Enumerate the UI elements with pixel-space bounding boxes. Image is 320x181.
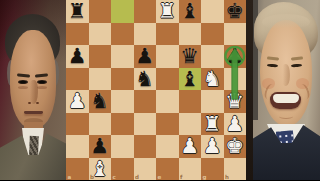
square-h4[interactable]: ♛ <box>224 90 247 113</box>
white-pawn-a4[interactable]: ♟ <box>66 90 89 113</box>
kasparov-eye <box>18 80 28 84</box>
square-h1[interactable]: h <box>224 158 247 181</box>
white-rook-g3[interactable]: ♜ <box>201 113 224 136</box>
square-g4[interactable] <box>201 90 224 113</box>
kasparov-nostril <box>36 102 39 104</box>
square-h2[interactable]: ♚ <box>224 135 247 158</box>
file-coordinate-a: a <box>68 174 72 180</box>
square-c8[interactable] <box>111 0 134 23</box>
square-b7[interactable] <box>89 23 112 46</box>
square-f6[interactable]: ♛ <box>179 45 202 68</box>
square-c5[interactable] <box>111 68 134 91</box>
square-h7[interactable] <box>224 23 247 46</box>
square-f3[interactable] <box>179 113 202 136</box>
karpov-hair-fringe <box>262 14 310 30</box>
white-pawn-h3[interactable]: ♟ <box>224 113 247 136</box>
square-h6[interactable]: ♟ <box>224 45 247 68</box>
file-coordinate-h: h <box>225 174 229 180</box>
file-coordinate-g: g <box>203 174 207 180</box>
square-f2[interactable]: ♟ <box>179 135 202 158</box>
kasparov-portrait <box>0 0 66 180</box>
kasparov-mouth <box>24 111 43 114</box>
black-pawn-d6[interactable]: ♟ <box>134 45 157 68</box>
square-e7[interactable] <box>156 23 179 46</box>
square-d7[interactable] <box>134 23 157 46</box>
square-e8[interactable]: ♜ <box>156 0 179 23</box>
kasparov-nose <box>29 80 38 104</box>
square-b1[interactable]: b♝ <box>89 158 112 181</box>
square-b5[interactable] <box>89 68 112 91</box>
black-knight-b4[interactable]: ♞ <box>89 90 112 113</box>
square-g2[interactable]: ♟ <box>201 135 224 158</box>
black-queen-f6[interactable]: ♛ <box>179 45 202 68</box>
square-d8[interactable] <box>134 0 157 23</box>
black-king-h8[interactable]: ♚ <box>224 0 247 23</box>
black-bishop-f5[interactable]: ♝ <box>179 68 202 91</box>
square-g3[interactable]: ♜ <box>201 113 224 136</box>
file-coordinate-e: e <box>158 174 162 180</box>
white-pawn-g2[interactable]: ♟ <box>201 135 224 158</box>
chess-board: ♜♜♝♚♟♟♛♟♞♝♞♟♞♛♜♟♟♟♟♚ab♝cdefgh <box>66 0 246 180</box>
square-c6[interactable] <box>111 45 134 68</box>
black-bishop-f8[interactable]: ♝ <box>179 0 202 23</box>
kasparov-nostril <box>28 102 31 104</box>
square-g8[interactable] <box>201 0 224 23</box>
square-e5[interactable] <box>156 68 179 91</box>
kasparov-eye-bag <box>37 86 47 89</box>
square-d2[interactable] <box>134 135 157 158</box>
square-e1[interactable]: e <box>156 158 179 181</box>
square-d3[interactable] <box>134 113 157 136</box>
square-b8[interactable] <box>89 0 112 23</box>
kasparov-eye <box>37 80 47 84</box>
square-e2[interactable] <box>156 135 179 158</box>
square-a1[interactable]: a <box>66 158 89 181</box>
square-h8[interactable]: ♚ <box>224 0 247 23</box>
black-knight-d5[interactable]: ♞ <box>134 68 157 91</box>
square-f1[interactable]: f <box>179 158 202 181</box>
file-coordinate-c: c <box>113 174 116 180</box>
square-g5[interactable]: ♞ <box>201 68 224 91</box>
white-pawn-f2[interactable]: ♟ <box>179 135 202 158</box>
white-bishop-b1[interactable]: ♝ <box>89 158 112 181</box>
video-frame: ♜♜♝♚♟♟♛♟♞♝♞♟♞♛♜♟♟♟♟♚ab♝cdefgh <box>0 0 320 180</box>
square-a7[interactable] <box>66 23 89 46</box>
white-knight-g5[interactable]: ♞ <box>201 68 224 91</box>
square-f8[interactable]: ♝ <box>179 0 202 23</box>
square-a4[interactable]: ♟ <box>66 90 89 113</box>
karpov-portrait <box>253 0 320 180</box>
square-d4[interactable] <box>134 90 157 113</box>
square-g7[interactable] <box>201 23 224 46</box>
karpov-teeth <box>273 94 299 103</box>
square-c2[interactable] <box>111 135 134 158</box>
square-f7[interactable] <box>179 23 202 46</box>
square-f5[interactable]: ♝ <box>179 68 202 91</box>
square-f4[interactable] <box>179 90 202 113</box>
square-c1[interactable]: c <box>111 158 134 181</box>
square-d5[interactable]: ♞ <box>134 68 157 91</box>
square-b6[interactable] <box>89 45 112 68</box>
square-a3[interactable] <box>66 113 89 136</box>
square-e4[interactable] <box>156 90 179 113</box>
square-g6[interactable] <box>201 45 224 68</box>
black-pawn-b2[interactable]: ♟ <box>89 135 112 158</box>
white-king-h2[interactable]: ♚ <box>224 135 247 158</box>
square-d1[interactable]: d <box>134 158 157 181</box>
karpov-nose <box>281 64 290 86</box>
kasparov-eye-bag <box>18 86 28 89</box>
square-b3[interactable] <box>89 113 112 136</box>
square-e6[interactable] <box>156 45 179 68</box>
black-rook-a8[interactable]: ♜ <box>66 0 89 23</box>
square-h3[interactable]: ♟ <box>224 113 247 136</box>
square-g1[interactable]: g <box>201 158 224 181</box>
white-rook-e8[interactable]: ♜ <box>156 0 179 23</box>
square-c7[interactable] <box>111 23 134 46</box>
square-a6[interactable]: ♟ <box>66 45 89 68</box>
square-b4[interactable]: ♞ <box>89 90 112 113</box>
board-photo-divider <box>246 0 253 180</box>
file-coordinate-f: f <box>180 174 182 180</box>
black-pawn-h6[interactable]: ♟ <box>224 45 247 68</box>
square-a2[interactable] <box>66 135 89 158</box>
square-e3[interactable] <box>156 113 179 136</box>
black-pawn-a6[interactable]: ♟ <box>66 45 89 68</box>
white-queen-h4[interactable]: ♛ <box>224 90 247 113</box>
square-a5[interactable] <box>66 68 89 91</box>
file-coordinate-d: d <box>135 174 139 180</box>
square-c4[interactable] <box>111 90 134 113</box>
square-h5[interactable] <box>224 68 247 91</box>
karpov-chin-crease <box>279 114 293 119</box>
square-a8[interactable]: ♜ <box>66 0 89 23</box>
square-b2[interactable]: ♟ <box>89 135 112 158</box>
square-c3[interactable] <box>111 113 134 136</box>
square-d6[interactable]: ♟ <box>134 45 157 68</box>
